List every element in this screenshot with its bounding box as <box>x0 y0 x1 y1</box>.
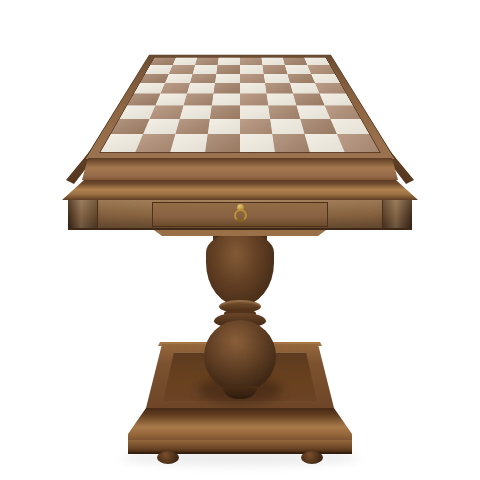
square-b8 <box>173 58 198 66</box>
square-f5 <box>265 83 293 94</box>
square-c8 <box>195 58 219 66</box>
square-b7 <box>169 65 195 73</box>
square-f7 <box>262 65 287 73</box>
square-d5 <box>213 83 240 94</box>
square-f1 <box>272 134 309 152</box>
square-f8 <box>261 58 285 66</box>
square-c4 <box>184 93 214 105</box>
square-e4 <box>240 93 268 105</box>
square-h6 <box>311 74 340 83</box>
pedestal-vase <box>206 234 274 306</box>
square-e7 <box>240 65 264 73</box>
apron-top-molding <box>62 180 418 200</box>
chess-board <box>99 57 381 153</box>
square-d3 <box>210 105 240 118</box>
apron-corner-block-left <box>68 200 98 228</box>
square-e1 <box>240 134 275 152</box>
square-d7 <box>216 65 240 73</box>
chess-table-photo <box>0 0 480 480</box>
square-d4 <box>212 93 240 105</box>
square-f6 <box>264 74 290 83</box>
square-c7 <box>193 65 218 73</box>
square-b5 <box>160 83 190 94</box>
square-d1 <box>205 134 240 152</box>
square-d8 <box>218 58 240 66</box>
square-c6 <box>190 74 216 83</box>
square-f3 <box>268 105 300 118</box>
square-c5 <box>187 83 215 94</box>
square-h4 <box>320 93 353 105</box>
square-e8 <box>240 58 262 66</box>
square-d2 <box>208 119 240 134</box>
square-e6 <box>240 74 265 83</box>
square-c3 <box>180 105 212 118</box>
square-f2 <box>270 119 305 134</box>
square-h5 <box>315 83 346 94</box>
square-d6 <box>215 74 240 83</box>
square-h7 <box>307 65 334 73</box>
square-b1 <box>135 134 175 152</box>
square-h1 <box>337 134 380 152</box>
square-e3 <box>240 105 270 118</box>
board-frame <box>84 55 396 160</box>
square-c2 <box>175 119 210 134</box>
square-e2 <box>240 119 272 134</box>
square-b2 <box>143 119 180 134</box>
square-c1 <box>170 134 207 152</box>
square-h3 <box>325 105 361 118</box>
square-h8 <box>304 58 330 66</box>
square-f4 <box>267 93 297 105</box>
drawer-front <box>152 202 328 227</box>
frame-front-band <box>82 158 398 180</box>
square-b4 <box>155 93 187 105</box>
base-molding <box>128 408 352 444</box>
square-b6 <box>165 74 193 83</box>
ring-pull-icon <box>234 209 247 222</box>
square-h2 <box>330 119 369 134</box>
board-perspective-wrap <box>84 0 396 160</box>
pedestal-ball <box>204 320 276 392</box>
apron <box>68 200 412 230</box>
bun-foot-left <box>157 451 179 464</box>
square-b3 <box>150 105 184 118</box>
bun-foot-right <box>301 451 323 464</box>
square-e5 <box>240 83 267 94</box>
apron-corner-block-right <box>382 200 412 228</box>
